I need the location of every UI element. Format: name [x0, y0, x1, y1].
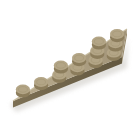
- stud-top: [34, 77, 48, 87]
- lego-wedge-plate-photo[interactable]: [0, 0, 135, 135]
- stud-top: [110, 29, 124, 39]
- stud-top: [92, 37, 106, 47]
- stud-top: [54, 60, 68, 70]
- stud-r1c1: [16, 85, 30, 98]
- stud-r3c6: [110, 29, 124, 42]
- stud-r3c5: [92, 37, 106, 50]
- stud-top: [72, 53, 86, 63]
- lego-wedge-plate-illustration: [0, 0, 135, 135]
- stud-r2c4: [72, 53, 86, 66]
- stud-top: [16, 85, 30, 95]
- stud-r2c3: [54, 60, 68, 73]
- stud-r1c2: [34, 77, 48, 90]
